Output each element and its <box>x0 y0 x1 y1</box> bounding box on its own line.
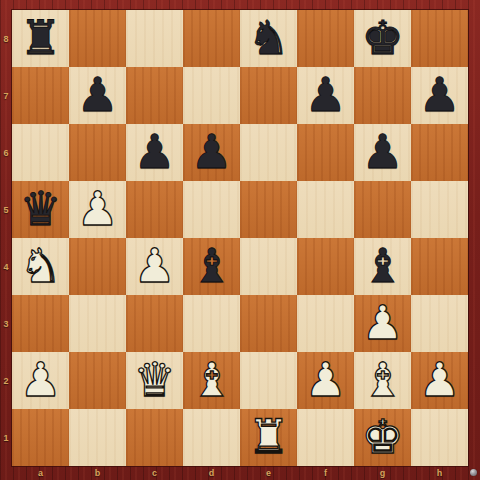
square-h2[interactable]: ♟ <box>411 352 468 409</box>
square-g2[interactable]: ♝ <box>354 352 411 409</box>
white-bishop[interactable]: ♝ <box>361 356 403 403</box>
square-e6[interactable] <box>240 124 297 181</box>
black-pawn[interactable]: ♟ <box>190 128 232 175</box>
square-e5[interactable] <box>240 181 297 238</box>
white-king[interactable]: ♚ <box>361 413 403 460</box>
rank-label-2: 2 <box>0 352 12 409</box>
square-a5[interactable]: ♛ <box>12 181 69 238</box>
square-d3[interactable] <box>183 295 240 352</box>
square-d1[interactable] <box>183 409 240 466</box>
rank-label-5: 5 <box>0 181 12 238</box>
square-d2[interactable]: ♝ <box>183 352 240 409</box>
black-pawn[interactable]: ♟ <box>76 71 118 118</box>
square-d6[interactable]: ♟ <box>183 124 240 181</box>
file-label-b: b <box>69 466 126 480</box>
white-pawn[interactable]: ♟ <box>361 299 403 346</box>
square-e4[interactable] <box>240 238 297 295</box>
square-f8[interactable] <box>297 10 354 67</box>
square-a4[interactable]: ♞ <box>12 238 69 295</box>
square-g4[interactable]: ♝ <box>354 238 411 295</box>
square-b2[interactable] <box>69 352 126 409</box>
square-a6[interactable] <box>12 124 69 181</box>
square-b8[interactable] <box>69 10 126 67</box>
square-b1[interactable] <box>69 409 126 466</box>
square-c5[interactable] <box>126 181 183 238</box>
square-g1[interactable]: ♚ <box>354 409 411 466</box>
square-e3[interactable] <box>240 295 297 352</box>
rank-label-7: 7 <box>0 67 12 124</box>
square-h4[interactable] <box>411 238 468 295</box>
white-rook[interactable]: ♜ <box>247 413 289 460</box>
black-knight[interactable]: ♞ <box>247 14 289 61</box>
square-a7[interactable] <box>12 67 69 124</box>
black-bishop[interactable]: ♝ <box>190 242 232 289</box>
black-rook[interactable]: ♜ <box>19 14 61 61</box>
square-f1[interactable] <box>297 409 354 466</box>
square-f5[interactable] <box>297 181 354 238</box>
square-f3[interactable] <box>297 295 354 352</box>
square-g6[interactable]: ♟ <box>354 124 411 181</box>
black-bishop[interactable]: ♝ <box>361 242 403 289</box>
white-pawn[interactable]: ♟ <box>19 356 61 403</box>
black-king[interactable]: ♚ <box>361 14 403 61</box>
square-e7[interactable] <box>240 67 297 124</box>
square-e1[interactable]: ♜ <box>240 409 297 466</box>
rank-label-8: 8 <box>0 10 12 67</box>
white-pawn[interactable]: ♟ <box>304 356 346 403</box>
square-g5[interactable] <box>354 181 411 238</box>
rank-label-3: 3 <box>0 295 12 352</box>
square-b4[interactable] <box>69 238 126 295</box>
square-h6[interactable] <box>411 124 468 181</box>
square-c6[interactable]: ♟ <box>126 124 183 181</box>
square-h5[interactable] <box>411 181 468 238</box>
white-knight[interactable]: ♞ <box>19 242 61 289</box>
square-d7[interactable] <box>183 67 240 124</box>
white-queen[interactable]: ♛ <box>133 356 175 403</box>
square-b7[interactable]: ♟ <box>69 67 126 124</box>
square-d8[interactable] <box>183 10 240 67</box>
square-b6[interactable] <box>69 124 126 181</box>
rank-label-4: 4 <box>0 238 12 295</box>
file-label-e: e <box>240 466 297 480</box>
board-frame: ♜♞♚♟♟♟♟♟♟♛♟♞♟♝♝♟♟♛♝♟♝♟♜♚ 87654321 abcdef… <box>0 0 480 480</box>
rank-label-6: 6 <box>0 124 12 181</box>
square-f7[interactable]: ♟ <box>297 67 354 124</box>
square-b5[interactable]: ♟ <box>69 181 126 238</box>
black-pawn[interactable]: ♟ <box>418 71 460 118</box>
square-c4[interactable]: ♟ <box>126 238 183 295</box>
chess-board: ♜♞♚♟♟♟♟♟♟♛♟♞♟♝♝♟♟♛♝♟♝♟♜♚ <box>12 10 468 466</box>
square-a2[interactable]: ♟ <box>12 352 69 409</box>
square-d4[interactable]: ♝ <box>183 238 240 295</box>
square-e2[interactable] <box>240 352 297 409</box>
square-h3[interactable] <box>411 295 468 352</box>
white-bishop[interactable]: ♝ <box>190 356 232 403</box>
file-label-h: h <box>411 466 468 480</box>
file-label-c: c <box>126 466 183 480</box>
square-c3[interactable] <box>126 295 183 352</box>
square-h1[interactable] <box>411 409 468 466</box>
square-a1[interactable] <box>12 409 69 466</box>
file-label-g: g <box>354 466 411 480</box>
file-label-a: a <box>12 466 69 480</box>
square-d5[interactable] <box>183 181 240 238</box>
black-queen[interactable]: ♛ <box>19 185 61 232</box>
square-f4[interactable] <box>297 238 354 295</box>
square-c1[interactable] <box>126 409 183 466</box>
square-a3[interactable] <box>12 295 69 352</box>
square-a8[interactable]: ♜ <box>12 10 69 67</box>
corner-dot <box>470 469 477 476</box>
square-g8[interactable]: ♚ <box>354 10 411 67</box>
black-pawn[interactable]: ♟ <box>133 128 175 175</box>
square-h7[interactable]: ♟ <box>411 67 468 124</box>
square-f6[interactable] <box>297 124 354 181</box>
square-c2[interactable]: ♛ <box>126 352 183 409</box>
square-h8[interactable] <box>411 10 468 67</box>
rank-label-1: 1 <box>0 409 12 466</box>
square-f2[interactable]: ♟ <box>297 352 354 409</box>
black-pawn[interactable]: ♟ <box>361 128 403 175</box>
square-e8[interactable]: ♞ <box>240 10 297 67</box>
square-g7[interactable] <box>354 67 411 124</box>
file-label-f: f <box>297 466 354 480</box>
white-pawn[interactable]: ♟ <box>76 185 118 232</box>
white-pawn[interactable]: ♟ <box>133 242 175 289</box>
square-c8[interactable] <box>126 10 183 67</box>
file-label-d: d <box>183 466 240 480</box>
black-pawn[interactable]: ♟ <box>304 71 346 118</box>
square-c7[interactable] <box>126 67 183 124</box>
rank-labels: 87654321 <box>0 10 12 466</box>
file-labels: abcdefgh <box>12 466 468 480</box>
square-b3[interactable] <box>69 295 126 352</box>
square-g3[interactable]: ♟ <box>354 295 411 352</box>
white-pawn[interactable]: ♟ <box>418 356 460 403</box>
